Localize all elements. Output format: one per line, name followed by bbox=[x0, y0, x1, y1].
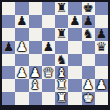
black-pawn-b7: ♟ bbox=[16, 15, 27, 28]
white-king-g1: ♚ bbox=[83, 92, 94, 105]
black-rook-e8: ♜ bbox=[56, 2, 67, 15]
square-g5[interactable] bbox=[82, 41, 95, 54]
white-pawn-b3: ♟ bbox=[16, 67, 27, 80]
square-a2[interactable] bbox=[2, 79, 15, 92]
square-a3[interactable] bbox=[2, 66, 15, 79]
square-e3[interactable]: ♝ bbox=[55, 66, 68, 79]
white-pawn-h2: ♟ bbox=[96, 79, 107, 92]
square-d4[interactable] bbox=[42, 54, 55, 67]
square-c4[interactable] bbox=[29, 54, 42, 67]
square-h3[interactable] bbox=[95, 66, 108, 79]
square-b8[interactable] bbox=[15, 2, 28, 15]
square-e6[interactable]: ♜ bbox=[55, 28, 68, 41]
white-rook-e2: ♜ bbox=[56, 79, 67, 92]
square-d1[interactable] bbox=[42, 92, 55, 105]
square-f2[interactable] bbox=[68, 79, 81, 92]
square-a6[interactable] bbox=[2, 28, 15, 41]
square-c6[interactable] bbox=[29, 28, 42, 41]
square-c7[interactable] bbox=[29, 15, 42, 28]
square-c8[interactable] bbox=[29, 2, 42, 15]
black-pawn-h6: ♟ bbox=[96, 28, 107, 41]
black-pawn-a5: ♟ bbox=[3, 41, 14, 54]
square-h2[interactable]: ♟ bbox=[95, 79, 108, 92]
square-b7[interactable]: ♟ bbox=[15, 15, 28, 28]
square-g8[interactable]: ♚ bbox=[82, 2, 95, 15]
black-knight-g6: ♞ bbox=[83, 28, 94, 41]
square-g6[interactable]: ♞ bbox=[82, 28, 95, 41]
square-f3[interactable] bbox=[68, 66, 81, 79]
square-e8[interactable]: ♜ bbox=[55, 2, 68, 15]
black-rook-e6: ♜ bbox=[56, 28, 67, 41]
square-a1[interactable] bbox=[2, 92, 15, 105]
chess-board: ♜♚♟♟♟♜♞♟♟♟♟♛♞♟♟♛♝♝♜♟♟♜♚ bbox=[2, 2, 108, 105]
white-pawn-c3: ♟ bbox=[30, 67, 41, 80]
square-e5[interactable] bbox=[55, 41, 68, 54]
square-b6[interactable] bbox=[15, 28, 28, 41]
square-b5[interactable]: ♟ bbox=[15, 41, 28, 54]
square-f4[interactable] bbox=[68, 54, 81, 67]
square-d3[interactable]: ♛ bbox=[42, 66, 55, 79]
square-d2[interactable] bbox=[42, 79, 55, 92]
square-e7[interactable] bbox=[55, 15, 68, 28]
square-h5[interactable]: ♛ bbox=[95, 41, 108, 54]
square-g3[interactable] bbox=[82, 66, 95, 79]
square-c1[interactable] bbox=[29, 92, 42, 105]
square-d6[interactable] bbox=[42, 28, 55, 41]
square-e2[interactable]: ♜ bbox=[55, 79, 68, 92]
square-a4[interactable] bbox=[2, 54, 15, 67]
square-c5[interactable] bbox=[29, 41, 42, 54]
square-d5[interactable]: ♟ bbox=[42, 41, 55, 54]
white-rook-e1: ♜ bbox=[56, 92, 67, 105]
square-b1[interactable] bbox=[15, 92, 28, 105]
square-a5[interactable]: ♟ bbox=[2, 41, 15, 54]
white-pawn-b5: ♟ bbox=[16, 41, 27, 54]
square-f5[interactable] bbox=[68, 41, 81, 54]
black-knight-e4: ♞ bbox=[56, 54, 67, 67]
square-f7[interactable]: ♟ bbox=[68, 15, 81, 28]
square-h4[interactable] bbox=[95, 54, 108, 67]
square-g2[interactable]: ♟ bbox=[82, 79, 95, 92]
square-h8[interactable] bbox=[95, 2, 108, 15]
square-a8[interactable] bbox=[2, 2, 15, 15]
square-g4[interactable] bbox=[82, 54, 95, 67]
black-king-g8: ♚ bbox=[83, 2, 94, 15]
square-c3[interactable]: ♟ bbox=[29, 66, 42, 79]
square-b2[interactable] bbox=[15, 79, 28, 92]
square-g1[interactable]: ♚ bbox=[82, 92, 95, 105]
square-g7[interactable]: ♟ bbox=[82, 15, 95, 28]
square-f6[interactable] bbox=[68, 28, 81, 41]
square-e4[interactable]: ♞ bbox=[55, 54, 68, 67]
square-h6[interactable]: ♟ bbox=[95, 28, 108, 41]
square-b4[interactable] bbox=[15, 54, 28, 67]
square-c2[interactable]: ♝ bbox=[29, 79, 42, 92]
square-f1[interactable] bbox=[68, 92, 81, 105]
black-pawn-g7: ♟ bbox=[83, 15, 94, 28]
black-pawn-f7: ♟ bbox=[69, 15, 80, 28]
square-h1[interactable] bbox=[95, 92, 108, 105]
white-bishop-e3: ♝ bbox=[56, 67, 67, 80]
square-d8[interactable] bbox=[42, 2, 55, 15]
square-d7[interactable] bbox=[42, 15, 55, 28]
white-pawn-g2: ♟ bbox=[83, 79, 94, 92]
square-b3[interactable]: ♟ bbox=[15, 66, 28, 79]
square-f8[interactable] bbox=[68, 2, 81, 15]
black-pawn-d5: ♟ bbox=[43, 41, 54, 54]
black-queen-h5: ♛ bbox=[96, 41, 107, 54]
square-e1[interactable]: ♜ bbox=[55, 92, 68, 105]
white-bishop-c2: ♝ bbox=[30, 79, 41, 92]
square-h7[interactable] bbox=[95, 15, 108, 28]
white-queen-d3: ♛ bbox=[43, 67, 54, 80]
square-a7[interactable] bbox=[2, 15, 15, 28]
chess-board-frame: ♜♚♟♟♟♜♞♟♟♟♟♛♞♟♟♛♝♝♜♟♟♜♚ bbox=[0, 0, 110, 110]
